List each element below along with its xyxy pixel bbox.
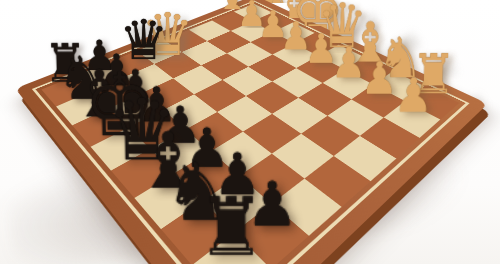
piece-white-pawn-b2: ♟ <box>360 56 398 101</box>
piece-black-rook-a8: ♜ <box>197 187 265 264</box>
square-a8: ♜ <box>192 233 271 264</box>
extra-black-queen: ♛ <box>119 13 168 68</box>
product-photo-scene: ♜♞♝♚♛♝♞♜♟♟♟♟♟♟♟♟♟♟♟♟♟♟♟♟♜♞♝♚♛♝♞♜ ♛♛ <box>0 0 500 264</box>
piece-white-pawn-a2: ♟ <box>393 72 433 119</box>
